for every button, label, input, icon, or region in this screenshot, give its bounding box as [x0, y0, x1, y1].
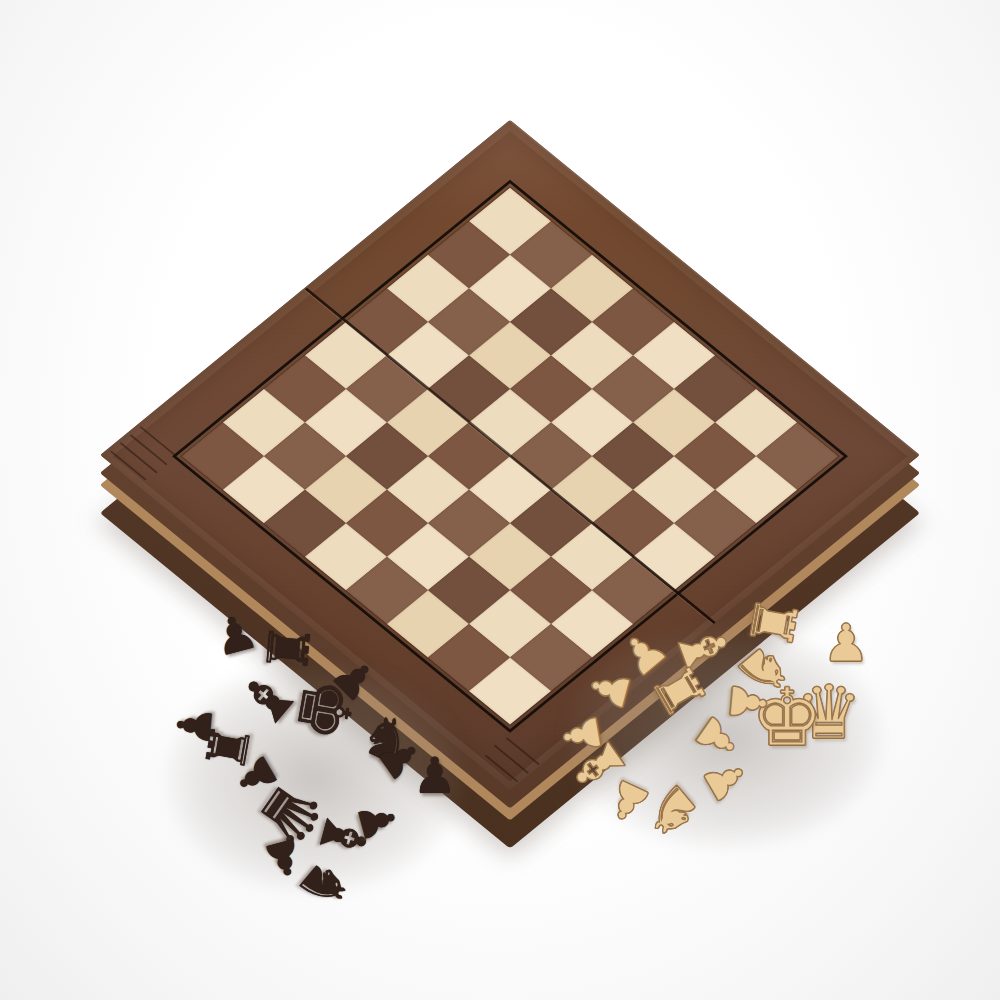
hinge-groove [139, 426, 176, 456]
light-pawn: ♟ [823, 617, 870, 669]
hinge-groove [506, 737, 540, 765]
hinge-groove [494, 745, 529, 774]
hinge-groove [130, 434, 168, 465]
hinge-groove [120, 442, 158, 473]
scene: ♟♜♝♟♜♚♟♞♟♛♝♟♞♟♟♟ ♜♟♝♟♜♟♟♝♟♞♟♛♚♟♟♞ [0, 0, 1000, 1000]
